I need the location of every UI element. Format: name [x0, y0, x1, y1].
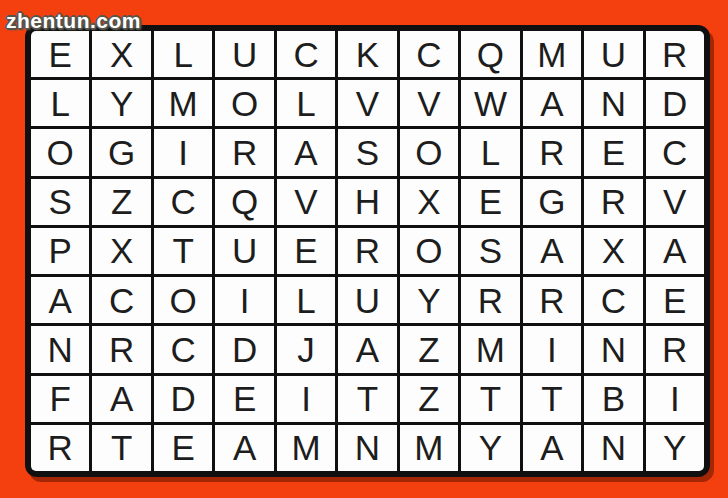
grid-cell-r4c3[interactable]: C — [154, 179, 212, 225]
letter-grid: EXLUCKCQMURLYMOLVVWANDOGIRASOLRECSZCQVHX… — [31, 31, 704, 471]
grid-cell-r8c1[interactable]: F — [31, 376, 89, 422]
grid-cell-r1c4[interactable]: U — [215, 31, 273, 77]
grid-cell-r8c4[interactable]: E — [215, 376, 273, 422]
grid-cell-r8c10[interactable]: B — [584, 376, 642, 422]
grid-cell-r5c1[interactable]: P — [31, 228, 89, 274]
grid-cell-r9c11[interactable]: Y — [646, 425, 704, 471]
grid-cell-r4c7[interactable]: X — [400, 179, 458, 225]
watermark: zhentun.com — [6, 9, 141, 33]
grid-cell-r8c5[interactable]: I — [277, 376, 335, 422]
grid-cell-r2c6[interactable]: V — [338, 80, 396, 126]
grid-cell-r3c11[interactable]: C — [646, 129, 704, 175]
grid-cell-r6c8[interactable]: R — [461, 277, 519, 323]
grid-cell-r1c7[interactable]: C — [400, 31, 458, 77]
grid-cell-r7c3[interactable]: C — [154, 326, 212, 372]
grid-cell-r8c9[interactable]: T — [523, 376, 581, 422]
grid-cell-r8c8[interactable]: T — [461, 376, 519, 422]
grid-cell-r3c8[interactable]: L — [461, 129, 519, 175]
grid-cell-r1c6[interactable]: K — [338, 31, 396, 77]
grid-cell-r7c10[interactable]: N — [584, 326, 642, 372]
grid-cell-r5c5[interactable]: E — [277, 228, 335, 274]
grid-cell-r9c5[interactable]: M — [277, 425, 335, 471]
grid-cell-r6c11[interactable]: E — [646, 277, 704, 323]
grid-cell-r8c7[interactable]: Z — [400, 376, 458, 422]
word-search-page: zhentun.com EXLUCKCQMURLYMOLVVWANDOGIRAS… — [0, 0, 728, 498]
grid-cell-r9c9[interactable]: A — [523, 425, 581, 471]
grid-cell-r5c11[interactable]: A — [646, 228, 704, 274]
grid-cell-r4c9[interactable]: G — [523, 179, 581, 225]
grid-cell-r5c6[interactable]: R — [338, 228, 396, 274]
grid-cell-r3c3[interactable]: I — [154, 129, 212, 175]
grid-cell-r5c7[interactable]: O — [400, 228, 458, 274]
grid-cell-r1c10[interactable]: U — [584, 31, 642, 77]
grid-cell-r5c4[interactable]: U — [215, 228, 273, 274]
grid-cell-r7c8[interactable]: M — [461, 326, 519, 372]
grid-cell-r5c9[interactable]: A — [523, 228, 581, 274]
grid-cell-r2c5[interactable]: L — [277, 80, 335, 126]
grid-cell-r8c11[interactable]: I — [646, 376, 704, 422]
grid-cell-r4c11[interactable]: V — [646, 179, 704, 225]
grid-cell-r1c9[interactable]: M — [523, 31, 581, 77]
grid-cell-r5c10[interactable]: X — [584, 228, 642, 274]
grid-cell-r9c8[interactable]: Y — [461, 425, 519, 471]
grid-cell-r7c1[interactable]: N — [31, 326, 89, 372]
grid-cell-r4c1[interactable]: S — [31, 179, 89, 225]
grid-cell-r1c11[interactable]: R — [646, 31, 704, 77]
grid-cell-r6c9[interactable]: R — [523, 277, 581, 323]
grid-cell-r1c5[interactable]: C — [277, 31, 335, 77]
grid-cell-r9c3[interactable]: E — [154, 425, 212, 471]
grid-cell-r9c2[interactable]: T — [92, 425, 150, 471]
grid-cell-r6c2[interactable]: C — [92, 277, 150, 323]
grid-cell-r9c10[interactable]: N — [584, 425, 642, 471]
grid-cell-r6c1[interactable]: A — [31, 277, 89, 323]
grid-cell-r3c9[interactable]: R — [523, 129, 581, 175]
grid-cell-r3c2[interactable]: G — [92, 129, 150, 175]
grid-cell-r9c1[interactable]: R — [31, 425, 89, 471]
grid-cell-r9c4[interactable]: A — [215, 425, 273, 471]
grid-cell-r6c5[interactable]: L — [277, 277, 335, 323]
grid-cell-r8c2[interactable]: A — [92, 376, 150, 422]
grid-cell-r4c6[interactable]: H — [338, 179, 396, 225]
grid-cell-r5c3[interactable]: T — [154, 228, 212, 274]
grid-cell-r4c5[interactable]: V — [277, 179, 335, 225]
grid-cell-r4c10[interactable]: R — [584, 179, 642, 225]
grid-cell-r4c4[interactable]: Q — [215, 179, 273, 225]
grid-cell-r6c6[interactable]: U — [338, 277, 396, 323]
grid-cell-r2c1[interactable]: L — [31, 80, 89, 126]
grid-cell-r9c6[interactable]: N — [338, 425, 396, 471]
grid-cell-r6c10[interactable]: C — [584, 277, 642, 323]
grid-cell-r2c10[interactable]: N — [584, 80, 642, 126]
grid-cell-r1c2[interactable]: X — [92, 31, 150, 77]
grid-cell-r6c4[interactable]: I — [215, 277, 273, 323]
grid-cell-r1c1[interactable]: E — [31, 31, 89, 77]
grid-cell-r7c5[interactable]: J — [277, 326, 335, 372]
grid-cell-r2c3[interactable]: M — [154, 80, 212, 126]
grid-cell-r2c7[interactable]: V — [400, 80, 458, 126]
grid-cell-r7c4[interactable]: D — [215, 326, 273, 372]
grid-cell-r5c8[interactable]: S — [461, 228, 519, 274]
grid-cell-r2c11[interactable]: D — [646, 80, 704, 126]
grid-cell-r2c4[interactable]: O — [215, 80, 273, 126]
grid-cell-r8c6[interactable]: T — [338, 376, 396, 422]
grid-cell-r7c11[interactable]: R — [646, 326, 704, 372]
grid-cell-r3c6[interactable]: S — [338, 129, 396, 175]
grid-cell-r3c5[interactable]: A — [277, 129, 335, 175]
grid-cell-r9c7[interactable]: M — [400, 425, 458, 471]
grid-cell-r4c8[interactable]: E — [461, 179, 519, 225]
grid-cell-r4c2[interactable]: Z — [92, 179, 150, 225]
grid-cell-r7c9[interactable]: I — [523, 326, 581, 372]
grid-cell-r7c6[interactable]: A — [338, 326, 396, 372]
grid-cell-r2c9[interactable]: A — [523, 80, 581, 126]
word-search-board: EXLUCKCQMURLYMOLVVWANDOGIRASOLRECSZCQVHX… — [25, 25, 710, 477]
grid-cell-r3c7[interactable]: O — [400, 129, 458, 175]
grid-cell-r2c2[interactable]: Y — [92, 80, 150, 126]
grid-cell-r1c8[interactable]: Q — [461, 31, 519, 77]
grid-cell-r5c2[interactable]: X — [92, 228, 150, 274]
grid-cell-r8c3[interactable]: D — [154, 376, 212, 422]
grid-cell-r1c3[interactable]: L — [154, 31, 212, 77]
grid-cell-r3c4[interactable]: R — [215, 129, 273, 175]
grid-cell-r7c7[interactable]: Z — [400, 326, 458, 372]
grid-cell-r6c3[interactable]: O — [154, 277, 212, 323]
grid-cell-r2c8[interactable]: W — [461, 80, 519, 126]
grid-cell-r7c2[interactable]: R — [92, 326, 150, 372]
grid-cell-r3c1[interactable]: O — [31, 129, 89, 175]
grid-cell-r6c7[interactable]: Y — [400, 277, 458, 323]
grid-cell-r3c10[interactable]: E — [584, 129, 642, 175]
